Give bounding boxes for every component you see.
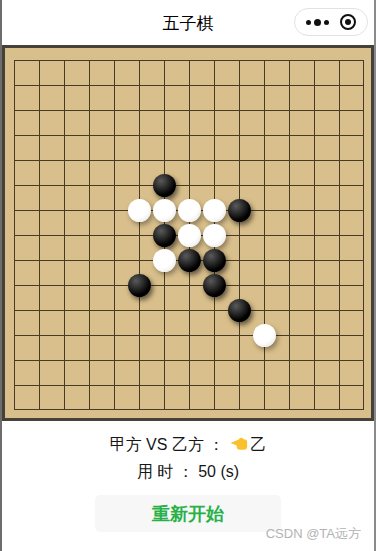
navbar: 五子棋 [2,0,374,45]
white-stone [178,224,201,247]
black-stone [153,174,176,197]
black-stone [228,299,251,322]
more-menu-button[interactable] [306,19,329,26]
white-stone [153,249,176,272]
pointing-hand-icon [230,437,248,457]
white-stone [203,199,226,222]
page-title: 五子棋 [163,11,214,34]
mini-program-screen: 五子棋 甲方 VS 乙方 ：乙 用 时 ： 50 (s) 重新开始 CSDN @… [0,0,376,551]
white-stone [178,199,201,222]
white-stone [203,224,226,247]
target-dot-icon [345,19,351,25]
black-stone [128,274,151,297]
players-label: 甲方 VS 乙方 ： [110,436,225,453]
white-stone [253,324,276,347]
watermark-text: CSDN @TA远方 [266,525,361,543]
players-turn-line: 甲方 VS 乙方 ：乙 [2,435,374,455]
board-surface[interactable] [5,48,371,418]
time-text: 用 时 ： 50 (s) [137,463,239,480]
white-stone [153,199,176,222]
white-stone [128,199,151,222]
dot-icon [324,20,329,25]
black-stone [228,199,251,222]
black-stone [203,274,226,297]
dot-icon [306,20,311,25]
black-stone [203,249,226,272]
close-home-button[interactable] [340,14,356,30]
black-stone [178,249,201,272]
dot-icon [314,19,321,26]
restart-button[interactable]: 重新开始 [95,495,281,532]
status-panel: 甲方 VS 乙方 ：乙 用 时 ： 50 (s) 重新开始 CSDN @TA远方 [2,421,374,551]
current-turn-label: 乙 [250,436,266,453]
elapsed-time-line: 用 时 ： 50 (s) [2,462,374,482]
gomoku-board[interactable] [2,45,374,421]
black-stone [153,224,176,247]
wechat-capsule [294,8,368,36]
